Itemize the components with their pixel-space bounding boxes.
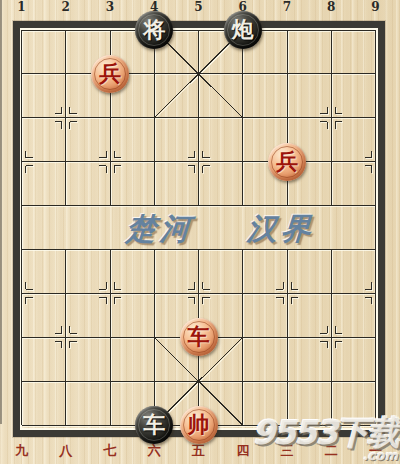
piece-character: 车 (143, 414, 165, 436)
red-general-piece[interactable]: 帅 (180, 406, 218, 444)
file-label-bottom-7: 三 (275, 442, 299, 460)
xiangqi-board-screenshot: 123456789 楚河 汉界 将炮兵兵车车帅 九八七六五四三二一 9553下载… (0, 0, 400, 464)
screenshot-edge-artifact (0, 0, 2, 424)
river-label-han: 汉界 (230, 209, 333, 250)
file-label-bottom-3: 七 (98, 442, 122, 460)
black-general-piece[interactable]: 将 (135, 11, 173, 49)
red-soldier-a-piece[interactable]: 兵 (91, 55, 129, 93)
file-label-bottom-5: 五 (187, 442, 211, 460)
piece-character: 炮 (232, 19, 254, 41)
file-label-top-9: 9 (366, 0, 386, 14)
file-label-bottom-9: 一 (364, 442, 388, 460)
file-label-top-1: 1 (12, 0, 32, 14)
file-label-bottom-4: 六 (142, 442, 166, 460)
file-label-bottom-2: 八 (54, 442, 78, 460)
red-chariot-piece[interactable]: 车 (180, 318, 218, 356)
black-cannon-piece[interactable]: 炮 (224, 11, 262, 49)
piece-character: 兵 (276, 151, 298, 173)
piece-character: 兵 (99, 63, 121, 85)
piece-character: 车 (188, 326, 210, 348)
file-label-top-5: 5 (189, 0, 209, 14)
file-label-bottom-6: 四 (231, 442, 255, 460)
file-label-top-2: 2 (56, 0, 76, 14)
river-label-chu: 楚河 (109, 209, 212, 250)
file-label-bottom-8: 二 (319, 442, 343, 460)
file-label-top-3: 3 (100, 0, 120, 14)
file-label-bottom-1: 九 (10, 442, 34, 460)
file-label-top-7: 7 (277, 0, 297, 14)
piece-character: 帅 (188, 414, 210, 436)
piece-character: 将 (143, 19, 165, 41)
file-label-top-8: 8 (321, 0, 341, 14)
red-soldier-b-piece[interactable]: 兵 (268, 143, 306, 181)
